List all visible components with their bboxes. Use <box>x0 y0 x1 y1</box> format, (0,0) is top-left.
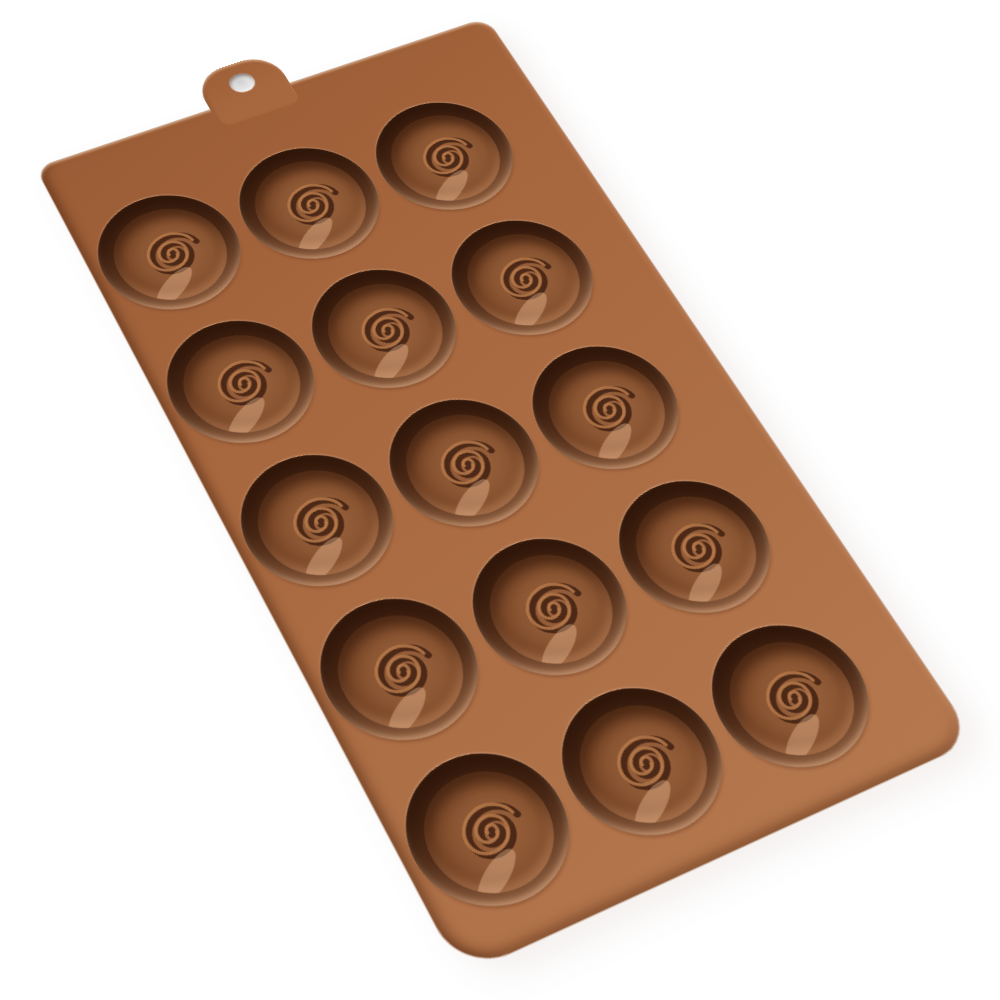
swirl-pattern <box>448 220 600 340</box>
cavity-floor <box>309 270 462 394</box>
cavity-floor <box>558 688 731 843</box>
mold-cavity <box>76 178 264 328</box>
swirl-pattern <box>373 103 519 215</box>
swirl-pattern <box>386 399 545 532</box>
cavity-floor <box>165 321 320 449</box>
swirl-pattern <box>238 455 399 593</box>
cavity-floor <box>238 455 399 593</box>
cavity-grid <box>36 18 975 975</box>
swirl-pattern <box>558 688 731 843</box>
hang-hole <box>225 70 258 94</box>
cavity-floor <box>317 598 485 747</box>
swirl-pattern <box>165 321 320 449</box>
swirl-pattern <box>615 481 779 619</box>
silicone-chocolate-mold <box>36 18 975 975</box>
mold-cavity <box>353 87 537 228</box>
swirl-pattern <box>309 270 462 394</box>
swirl-pattern <box>317 598 485 747</box>
swirl-pattern <box>529 346 687 475</box>
swirl-pattern <box>707 625 878 774</box>
swirl-pattern <box>402 753 577 914</box>
cavity-floor <box>707 625 878 774</box>
mold-cavity <box>144 302 339 463</box>
cavity-floor <box>373 103 519 215</box>
cavity-floor <box>386 399 545 532</box>
swirl-pattern <box>237 148 385 263</box>
swirl-pattern <box>469 538 635 681</box>
swirl-pattern <box>96 195 245 314</box>
cavity-floor <box>469 538 635 681</box>
photo-scene <box>0 0 1000 1000</box>
cavity-floor <box>96 195 245 314</box>
cavity-floor <box>529 346 687 475</box>
cavity-floor <box>615 481 779 619</box>
cavity-floor <box>237 148 385 263</box>
cavity-floor <box>402 753 577 914</box>
cavity-floor <box>448 220 600 340</box>
